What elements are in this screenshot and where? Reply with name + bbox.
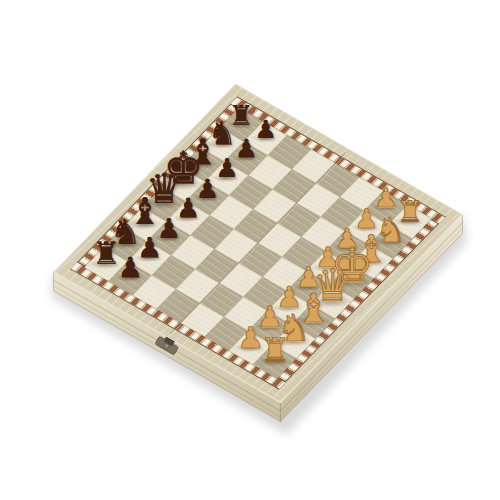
piece-black-rook-a8[interactable]: ♜ — [92, 238, 120, 269]
piece-shadow — [114, 274, 144, 282]
product-photo-scene: ♜♞♝♛♚♝♞♜♟♟♟♟♟♟♟♟♟♟♟♟♟♟♟♟♜♞♝♛♚♝♞♜ — [0, 0, 500, 500]
piece-shadow — [88, 259, 121, 268]
piece-white-rook-a1[interactable]: ♜ — [260, 333, 290, 367]
piece-shadow — [255, 356, 290, 366]
piece-black-pawn-a7[interactable]: ♟ — [117, 254, 142, 282]
